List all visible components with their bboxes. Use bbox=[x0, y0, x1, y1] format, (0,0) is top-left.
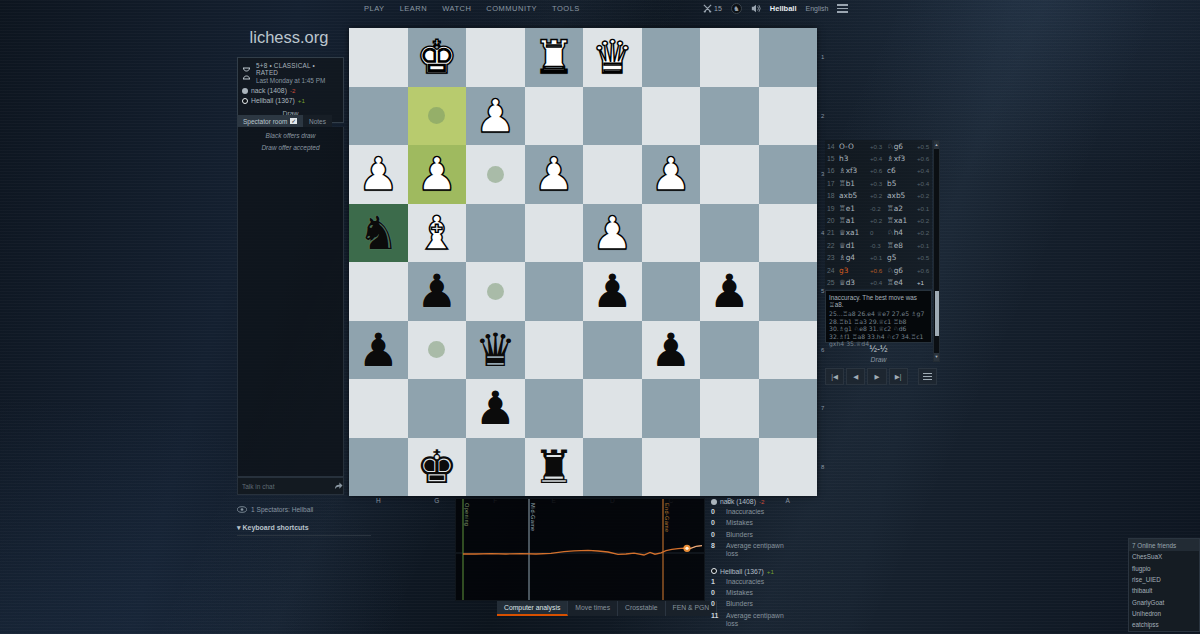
black-move-san[interactable]: ♗xf3 bbox=[887, 154, 917, 163]
white-queen[interactable]: ♛ bbox=[592, 34, 633, 80]
chat-message: Draw offer accepted bbox=[238, 144, 343, 151]
stat-value: 0 bbox=[711, 508, 723, 515]
white-pawn[interactable]: ♟ bbox=[533, 151, 574, 197]
black-move-eval: +0.2 bbox=[917, 229, 932, 236]
white-bishop[interactable]: ♝ bbox=[416, 210, 457, 256]
square-e6[interactable] bbox=[525, 321, 584, 380]
game-date: Last Monday at 1:45 PM bbox=[256, 77, 339, 84]
friend-unihedron[interactable]: Unihedron bbox=[1129, 608, 1199, 619]
square-a4[interactable] bbox=[759, 204, 818, 263]
white-stats-header: Hellball (1367)+1 bbox=[711, 568, 801, 575]
black-queen[interactable]: ♛ bbox=[475, 327, 516, 373]
black-pawn[interactable]: ♟ bbox=[475, 385, 516, 431]
white-pawn[interactable]: ♟ bbox=[650, 151, 691, 197]
square-h4[interactable]: ♞ bbox=[349, 204, 408, 263]
move-number: 24 bbox=[827, 267, 839, 274]
next-move-button[interactable]: ▶ bbox=[867, 368, 886, 385]
move-number: 19 bbox=[827, 205, 839, 212]
white-piece-icon bbox=[711, 568, 717, 574]
move-number: 21 bbox=[827, 229, 839, 236]
square-h7[interactable] bbox=[349, 379, 408, 438]
black-move-san[interactable]: axb5 bbox=[887, 191, 917, 200]
black-inaccuracies-row: 0Inaccuracies bbox=[711, 508, 801, 516]
stat-value: 8 bbox=[711, 542, 723, 549]
square-d2[interactable] bbox=[583, 87, 642, 146]
square-b3[interactable] bbox=[700, 145, 759, 204]
stat-value: 11 bbox=[711, 612, 723, 619]
chat-input[interactable] bbox=[238, 483, 334, 490]
black-move-san[interactable]: ♖e8 bbox=[887, 241, 917, 250]
black-move-eval: +0.4 bbox=[917, 180, 932, 187]
square-e4[interactable] bbox=[525, 204, 584, 263]
square-c7[interactable] bbox=[642, 379, 701, 438]
black-pawn[interactable]: ♟ bbox=[709, 268, 750, 314]
square-a1[interactable] bbox=[759, 28, 818, 87]
square-e2[interactable] bbox=[525, 87, 584, 146]
square-c6[interactable]: ♟ bbox=[642, 321, 701, 380]
white-move-eval: +0.6 bbox=[870, 167, 887, 174]
white-move-san[interactable]: ♖b1 bbox=[839, 179, 870, 188]
square-h6[interactable]: ♟ bbox=[349, 321, 408, 380]
square-e8[interactable]: ♜ bbox=[525, 438, 584, 497]
black-move-san[interactable]: ♖e4 bbox=[887, 278, 917, 287]
stat-label: Mistakes bbox=[726, 589, 801, 597]
black-move-san[interactable]: ♖xa1 bbox=[887, 216, 917, 225]
square-b8[interactable] bbox=[700, 438, 759, 497]
nav-learn[interactable]: LEARN bbox=[400, 4, 428, 13]
square-f2[interactable]: ♟ bbox=[466, 87, 525, 146]
square-b5[interactable]: ♟ bbox=[700, 262, 759, 321]
opening-phase-label: Opening bbox=[464, 503, 470, 526]
black-move-eval: +0.2 bbox=[917, 192, 932, 199]
move-number: 14 bbox=[827, 143, 839, 150]
stat-value: 0 bbox=[711, 531, 723, 538]
black-piece-icon bbox=[711, 499, 717, 505]
square-a6[interactable] bbox=[759, 321, 818, 380]
square-f3[interactable] bbox=[466, 145, 525, 204]
nav-tools[interactable]: TOOLS bbox=[552, 4, 580, 13]
chat-messages: Black offers draw Draw offer accepted bbox=[237, 127, 344, 477]
square-f8[interactable] bbox=[466, 438, 525, 497]
tab-spectator-room[interactable]: Spectator room ✓ bbox=[237, 115, 303, 127]
move-hint-dot[interactable] bbox=[428, 107, 445, 124]
stats-section-black: nack (1408)-20Inaccuracies0Mistakes0Blun… bbox=[711, 498, 801, 558]
spectators-label[interactable]: 1 Spectators: Hellball bbox=[251, 506, 313, 513]
square-g8[interactable]: ♚ bbox=[408, 438, 467, 497]
analysis-menu-button[interactable] bbox=[918, 368, 937, 385]
white-rook[interactable]: ♜ bbox=[533, 34, 574, 80]
move-row-15: 15h3+0.4♗xf3+0.6 bbox=[825, 152, 932, 164]
square-c5[interactable] bbox=[642, 262, 701, 321]
black-move-eval: +0.6 bbox=[917, 155, 932, 162]
chat-send-icon[interactable] bbox=[334, 482, 343, 490]
challenge-count: 15 bbox=[714, 5, 722, 12]
square-g3[interactable]: ♟ bbox=[408, 145, 467, 204]
square-h3[interactable]: ♟ bbox=[349, 145, 408, 204]
knight-badge-icon[interactable]: ♞ bbox=[731, 3, 742, 14]
player-black-row: nack (1408) -2 bbox=[242, 87, 339, 94]
spectator-room-label: Spectator room bbox=[243, 118, 287, 125]
stats-player-name[interactable]: Hellball (1367) bbox=[720, 568, 764, 575]
prev-move-button[interactable]: ◀ bbox=[846, 368, 865, 385]
tab-computer-analysis[interactable]: Computer analysis bbox=[497, 601, 568, 616]
stat-label: Average centipawn loss bbox=[726, 542, 784, 558]
white-move-san[interactable]: ♖a1 bbox=[839, 216, 870, 225]
game-info-box: 5+8 • CLASSICAL • RATED Last Monday at 1… bbox=[237, 57, 344, 123]
stat-label: Inaccuracies bbox=[726, 508, 801, 516]
stat-value: 0 bbox=[711, 600, 723, 607]
chess-board: ♚♜♛♟♟♟♟♟♞♝♟♟♟♟♟♛♟♟♚♜ bbox=[349, 28, 817, 496]
square-f6[interactable]: ♛ bbox=[466, 321, 525, 380]
white-move-eval: +0.2 bbox=[870, 217, 887, 224]
square-b7[interactable] bbox=[700, 379, 759, 438]
analysis-comment: Inaccuracy. The best move was ♖a8. 25...… bbox=[825, 290, 932, 343]
stat-value: 0 bbox=[711, 519, 723, 526]
white-move-san[interactable]: axb5 bbox=[839, 191, 870, 200]
rank-label-2: 2 bbox=[819, 87, 831, 146]
move-list-scrollbar[interactable]: ▲ ▼ bbox=[933, 140, 940, 362]
black-move-san[interactable]: b5 bbox=[887, 179, 917, 188]
square-b1[interactable] bbox=[700, 28, 759, 87]
move-number: 16 bbox=[827, 167, 839, 174]
best-line-variation[interactable]: 25...♖a8 26.e4 ♕e7 27.e5 ♗g7 28.♖b1 ♖a3 … bbox=[829, 310, 928, 348]
advantage-graph[interactable]: Opening Mid-Game End-Game bbox=[455, 498, 705, 601]
white-move-san[interactable]: ♖e1 bbox=[839, 204, 870, 213]
friend-eatchipss[interactable]: eatchipss bbox=[1129, 619, 1199, 630]
game-meta: 5+8 • CLASSICAL • RATED bbox=[256, 62, 339, 76]
square-e3[interactable]: ♟ bbox=[525, 145, 584, 204]
move-number: 22 bbox=[827, 242, 839, 249]
hamburger-menu-icon[interactable] bbox=[837, 4, 848, 13]
square-h2[interactable] bbox=[349, 87, 408, 146]
friend-chessuax[interactable]: ChesSuaX bbox=[1129, 551, 1199, 562]
square-g5[interactable]: ♟ bbox=[408, 262, 467, 321]
white-move-san[interactable]: ♗xf3 bbox=[839, 166, 870, 175]
hourglass-icon bbox=[242, 67, 251, 80]
username[interactable]: Hellball bbox=[770, 4, 797, 13]
online-friends-box: 7 Online friends ChesSuaXflugpiorise_UIE… bbox=[1128, 538, 1200, 632]
lichess-analysis-page: PLAY LEARN WATCH COMMUNITY TOOLS 15 ♞ He… bbox=[0, 0, 1200, 634]
scroll-up-icon[interactable]: ▲ bbox=[934, 141, 939, 149]
move-number: 25 bbox=[827, 279, 839, 286]
move-row-14: 14O-O+0.3♘g6+0.5 bbox=[825, 140, 932, 152]
black-pawn[interactable]: ♟ bbox=[358, 327, 399, 373]
friend-thibault[interactable]: thibault bbox=[1129, 585, 1199, 596]
white-move-san[interactable]: g3 bbox=[839, 266, 870, 275]
black-pawn[interactable]: ♟ bbox=[650, 327, 691, 373]
black-move-san[interactable]: ♘h4 bbox=[887, 228, 917, 237]
move-hint-dot[interactable] bbox=[487, 283, 504, 300]
move-nav-buttons: |◀ ◀ ▶ ▶| bbox=[825, 368, 937, 385]
analysis-tabs: Computer analysis Move times Crosstable … bbox=[497, 601, 717, 616]
move-number: 18 bbox=[827, 192, 839, 199]
result-verdict: Draw bbox=[825, 356, 932, 363]
tab-move-times[interactable]: Move times bbox=[568, 601, 618, 616]
black-move-san[interactable]: g5 bbox=[887, 253, 917, 262]
white-move-san[interactable]: ♕d1 bbox=[839, 241, 870, 250]
black-pawn[interactable]: ♟ bbox=[592, 268, 633, 314]
crossed-swords-icon bbox=[703, 4, 712, 13]
language-selector[interactable]: English bbox=[805, 5, 828, 12]
white-move-eval: +0.2 bbox=[870, 192, 887, 199]
black-move-eval: +0.2 bbox=[917, 217, 932, 224]
white-player-name[interactable]: Hellball (1367) bbox=[251, 97, 295, 104]
white-move-eval: +0.3 bbox=[870, 180, 887, 187]
move-number: 15 bbox=[827, 155, 839, 162]
square-c8[interactable] bbox=[642, 438, 701, 497]
square-e5[interactable] bbox=[525, 262, 584, 321]
white-rating-delta: +1 bbox=[298, 97, 305, 104]
black-move-san[interactable]: ♘g6 bbox=[887, 142, 917, 151]
white-move-san[interactable]: O-O bbox=[839, 142, 870, 151]
chat-message: Black offers draw bbox=[238, 132, 343, 139]
square-b2[interactable] bbox=[700, 87, 759, 146]
top-nav: PLAY LEARN WATCH COMMUNITY TOOLS bbox=[364, 0, 580, 17]
black-move-eval: +0.6 bbox=[917, 267, 932, 274]
black-knight[interactable]: ♞ bbox=[358, 210, 399, 256]
last-move-button[interactable]: ▶| bbox=[889, 368, 908, 385]
stats-rating-delta: +1 bbox=[767, 568, 774, 575]
sound-icon[interactable] bbox=[751, 4, 761, 13]
tab-notes[interactable]: Notes bbox=[303, 115, 332, 127]
keyboard-shortcuts-label: Keyboard shortcuts bbox=[242, 524, 308, 531]
black-move-eval: +0.1 bbox=[917, 242, 932, 249]
square-d7[interactable] bbox=[583, 379, 642, 438]
move-number: 20 bbox=[827, 217, 839, 224]
move-row-21: 21♕xa10♘h4+0.2 bbox=[825, 227, 932, 239]
square-c2[interactable] bbox=[642, 87, 701, 146]
white-acpl-row: 11Average centipawn loss bbox=[711, 612, 801, 628]
challenges-button[interactable]: 15 bbox=[703, 4, 722, 13]
white-pawn[interactable]: ♟ bbox=[416, 151, 457, 197]
white-move-san[interactable]: ♗g4 bbox=[839, 253, 870, 262]
square-a3[interactable] bbox=[759, 145, 818, 204]
move-row-24: 24g3+0.6♘g6+0.6 bbox=[825, 264, 932, 276]
stats-player-name[interactable]: nack (1408) bbox=[720, 498, 756, 505]
square-g1[interactable]: ♚ bbox=[408, 28, 467, 87]
friend-gnarlygoat[interactable]: GnarlyGoat bbox=[1129, 597, 1199, 608]
square-c3[interactable]: ♟ bbox=[642, 145, 701, 204]
white-pawn[interactable]: ♟ bbox=[358, 151, 399, 197]
white-move-eval: -0.3 bbox=[870, 242, 887, 249]
square-f7[interactable]: ♟ bbox=[466, 379, 525, 438]
friend-rise_uied[interactable]: rise_UIED bbox=[1129, 574, 1199, 585]
move-row-20: 20♖a1+0.2♖xa1+0.2 bbox=[825, 214, 932, 226]
rank-label-1: 1 bbox=[819, 28, 831, 87]
white-move-eval: -0.2 bbox=[870, 205, 887, 212]
stat-label: Blunders bbox=[726, 531, 801, 539]
square-f5[interactable] bbox=[466, 262, 525, 321]
tab-fen-pgn[interactable]: FEN & PGN bbox=[666, 601, 718, 616]
black-move-eval: +0.4 bbox=[917, 167, 932, 174]
square-f1[interactable] bbox=[466, 28, 525, 87]
white-player-icon bbox=[242, 98, 248, 104]
black-pawn[interactable]: ♟ bbox=[416, 268, 457, 314]
move-row-25: 25♕d3+0.4♖e4+1 bbox=[825, 276, 932, 288]
square-h8[interactable] bbox=[349, 438, 408, 497]
move-list: 14O-O+0.3♘g6+0.515h3+0.4♗xf3+0.616♗xf3+0… bbox=[825, 140, 932, 289]
move-row-23: 23♗g4+0.1g5+0.5 bbox=[825, 252, 932, 264]
black-blunders-row: 0Blunders bbox=[711, 531, 801, 539]
stat-value: 0 bbox=[711, 589, 723, 596]
black-stats-header: nack (1408)-2 bbox=[711, 498, 801, 505]
stat-label: Blunders bbox=[726, 600, 801, 608]
scroll-down-icon[interactable]: ▼ bbox=[934, 353, 939, 361]
black-rating-delta: -2 bbox=[290, 87, 296, 94]
spectators-row: 1 Spectators: Hellball bbox=[237, 506, 313, 513]
square-c4[interactable] bbox=[642, 204, 701, 263]
black-move-eval: +0.5 bbox=[917, 254, 932, 261]
friend-flugpio[interactable]: flugpio bbox=[1129, 562, 1199, 573]
square-c1[interactable] bbox=[642, 28, 701, 87]
nav-play[interactable]: PLAY bbox=[364, 4, 385, 13]
file-label-h: H bbox=[349, 497, 408, 504]
black-move-eval: +0.1 bbox=[917, 205, 932, 212]
square-d8[interactable] bbox=[583, 438, 642, 497]
inaccuracy-comment: Inaccuracy. The best move was ♖a8. bbox=[829, 294, 928, 308]
square-h1[interactable] bbox=[349, 28, 408, 87]
move-row-22: 22♕d1-0.3♖e8+0.1 bbox=[825, 239, 932, 251]
rank-label-8: 8 bbox=[819, 438, 831, 497]
black-move-eval: +0.5 bbox=[917, 143, 932, 150]
white-move-eval: +0.6 bbox=[870, 267, 887, 274]
nav-community[interactable]: COMMUNITY bbox=[486, 4, 537, 13]
square-g7[interactable] bbox=[408, 379, 467, 438]
rank-label-7: 7 bbox=[819, 379, 831, 438]
square-b4[interactable] bbox=[700, 204, 759, 263]
white-move-san[interactable]: ♕xa1 bbox=[839, 228, 870, 237]
move-hint-dot[interactable] bbox=[487, 166, 504, 183]
square-g6[interactable] bbox=[408, 321, 467, 380]
black-acpl-row: 8Average centipawn loss bbox=[711, 542, 801, 558]
white-move-eval: +0.1 bbox=[870, 254, 887, 261]
first-move-button[interactable]: |◀ bbox=[825, 368, 844, 385]
black-rook[interactable]: ♜ bbox=[533, 444, 574, 490]
white-move-eval: +0.4 bbox=[870, 279, 887, 286]
white-pawn[interactable]: ♟ bbox=[475, 93, 516, 139]
white-king[interactable]: ♚ bbox=[416, 34, 457, 80]
stats-rating-delta: -2 bbox=[759, 498, 765, 505]
square-a5[interactable] bbox=[759, 262, 818, 321]
square-d5[interactable]: ♟ bbox=[583, 262, 642, 321]
square-a2[interactable] bbox=[759, 87, 818, 146]
move-hint-dot[interactable] bbox=[428, 341, 445, 358]
endgame-phase-label: End-Game bbox=[664, 503, 670, 532]
square-f4[interactable] bbox=[466, 204, 525, 263]
white-pawn[interactable]: ♟ bbox=[592, 210, 633, 256]
nav-watch[interactable]: WATCH bbox=[442, 4, 471, 13]
black-move-eval: +1 bbox=[917, 279, 932, 286]
stat-label: Inaccuracies bbox=[726, 578, 801, 586]
square-d3[interactable] bbox=[583, 145, 642, 204]
midgame-phase-label: Mid-Game bbox=[530, 503, 536, 532]
square-d1[interactable]: ♛ bbox=[583, 28, 642, 87]
result-score: ½-½ bbox=[825, 344, 932, 354]
black-player-name[interactable]: nack (1408) bbox=[251, 87, 287, 94]
square-g2[interactable] bbox=[408, 87, 467, 146]
white-blunders-row: 0Blunders bbox=[711, 600, 801, 608]
white-move-eval: +0.4 bbox=[870, 155, 887, 162]
white-move-san[interactable]: h3 bbox=[839, 154, 870, 163]
white-move-san[interactable]: ♕d3 bbox=[839, 278, 870, 287]
eval-curve bbox=[463, 546, 702, 555]
move-row-16: 16♗xf3+0.6c6+0.4 bbox=[825, 165, 932, 177]
black-mistakes-row: 0Mistakes bbox=[711, 519, 801, 527]
result-box: ½-½ Draw bbox=[825, 344, 932, 363]
stats-section-white: Hellball (1367)+11Inaccuracies0Mistakes0… bbox=[711, 568, 801, 628]
black-player-icon bbox=[242, 88, 248, 94]
square-e7[interactable] bbox=[525, 379, 584, 438]
square-d4[interactable]: ♟ bbox=[583, 204, 642, 263]
white-mistakes-row: 0Mistakes bbox=[711, 589, 801, 597]
chat-input-row bbox=[237, 477, 344, 495]
eye-icon bbox=[237, 506, 247, 513]
accuracy-stats: nack (1408)-20Inaccuracies0Mistakes0Blun… bbox=[711, 496, 801, 628]
stat-label: Average centipawn loss bbox=[726, 612, 784, 628]
white-move-eval: 0 bbox=[870, 229, 887, 236]
square-e1[interactable]: ♜ bbox=[525, 28, 584, 87]
white-move-eval: +0.3 bbox=[870, 143, 887, 150]
square-a8[interactable] bbox=[759, 438, 818, 497]
move-row-17: 17♖b1+0.3b5+0.4 bbox=[825, 177, 932, 189]
white-inaccuracies-row: 1Inaccuracies bbox=[711, 578, 801, 586]
black-move-san[interactable]: ♖a2 bbox=[887, 204, 917, 213]
square-a7[interactable] bbox=[759, 379, 818, 438]
scrollbar-thumb[interactable] bbox=[935, 291, 939, 336]
move-number: 17 bbox=[827, 180, 839, 187]
keyboard-shortcuts-toggle[interactable]: ▾ Keyboard shortcuts bbox=[237, 524, 309, 532]
chat-tabs: Spectator room ✓ Notes bbox=[237, 115, 332, 127]
player-white-row: Hellball (1367) +1 bbox=[242, 97, 339, 104]
move-number: 23 bbox=[827, 254, 839, 261]
square-d6[interactable] bbox=[583, 321, 642, 380]
move-row-19: 19♖e1-0.2♖a2+0.1 bbox=[825, 202, 932, 214]
black-move-san[interactable]: c6 bbox=[887, 166, 917, 175]
spectator-room-checkbox[interactable]: ✓ bbox=[290, 118, 297, 125]
tab-crosstable[interactable]: Crosstable bbox=[618, 601, 666, 616]
lichess-logo[interactable]: lichess.org bbox=[233, 28, 345, 47]
stat-label: Mistakes bbox=[726, 519, 801, 527]
black-king[interactable]: ♚ bbox=[416, 444, 457, 490]
stat-value: 1 bbox=[711, 578, 723, 585]
square-b6[interactable] bbox=[700, 321, 759, 380]
move-row-18: 18axb5+0.2axb5+0.2 bbox=[825, 190, 932, 202]
online-friends-header[interactable]: 7 Online friends bbox=[1129, 539, 1199, 551]
square-h5[interactable] bbox=[349, 262, 408, 321]
top-nav-right: 15 ♞ Hellball English bbox=[703, 0, 848, 17]
square-g4[interactable]: ♝ bbox=[408, 204, 467, 263]
black-move-san[interactable]: ♘g6 bbox=[887, 266, 917, 275]
